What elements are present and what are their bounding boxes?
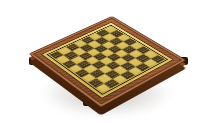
product-photo-background <box>0 0 200 123</box>
